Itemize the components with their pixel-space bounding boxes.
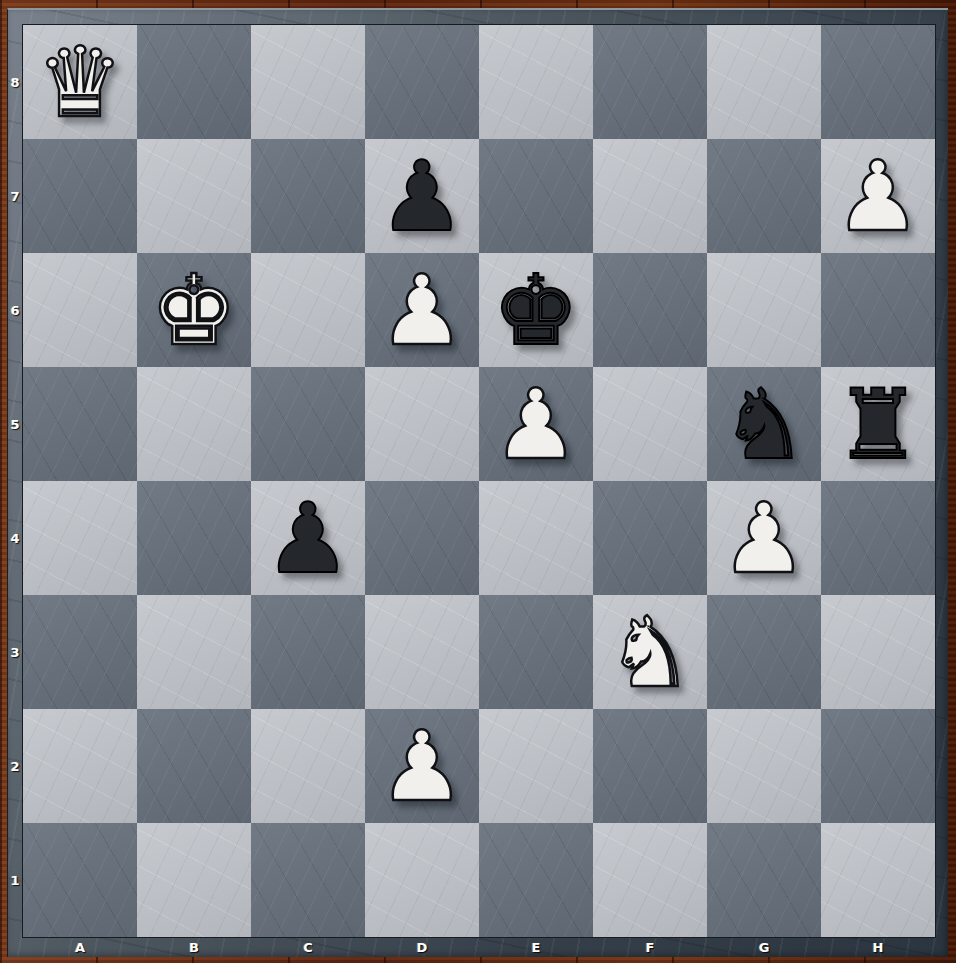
square-a5[interactable] (23, 367, 137, 481)
square-h7[interactable]: ♟ (821, 139, 935, 253)
square-h1[interactable] (821, 823, 935, 937)
square-h5[interactable]: ♜ (821, 367, 935, 481)
square-a4[interactable] (23, 481, 137, 595)
square-g7[interactable] (707, 139, 821, 253)
square-f5[interactable] (593, 367, 707, 481)
square-b3[interactable] (137, 595, 251, 709)
square-g2[interactable] (707, 709, 821, 823)
square-b6[interactable]: ♚ (137, 253, 251, 367)
piece-white-pawn[interactable]: ♟ (365, 709, 479, 823)
square-a1[interactable] (23, 823, 137, 937)
square-e2[interactable] (479, 709, 593, 823)
square-d5[interactable] (365, 367, 479, 481)
piece-white-knight[interactable]: ♞ (593, 595, 707, 709)
square-f2[interactable] (593, 709, 707, 823)
square-e3[interactable] (479, 595, 593, 709)
square-c2[interactable] (251, 709, 365, 823)
square-e5[interactable]: ♟ (479, 367, 593, 481)
square-c1[interactable] (251, 823, 365, 937)
piece-white-pawn[interactable]: ♟ (479, 367, 593, 481)
square-d1[interactable] (365, 823, 479, 937)
square-h8[interactable] (821, 25, 935, 139)
chess-app: ♛♟♟♚♟♚♟♞♜♟♟♞♟ 87654321 ABCDEFGH (0, 0, 956, 963)
square-a8[interactable]: ♛ (23, 25, 137, 139)
square-c6[interactable] (251, 253, 365, 367)
square-e8[interactable] (479, 25, 593, 139)
square-c3[interactable] (251, 595, 365, 709)
square-e1[interactable] (479, 823, 593, 937)
square-f4[interactable] (593, 481, 707, 595)
square-d4[interactable] (365, 481, 479, 595)
square-g4[interactable]: ♟ (707, 481, 821, 595)
square-g3[interactable] (707, 595, 821, 709)
square-b1[interactable] (137, 823, 251, 937)
piece-white-queen[interactable]: ♛ (23, 25, 137, 139)
square-b7[interactable] (137, 139, 251, 253)
square-e4[interactable] (479, 481, 593, 595)
piece-white-pawn[interactable]: ♟ (821, 139, 935, 253)
square-d8[interactable] (365, 25, 479, 139)
piece-black-pawn[interactable]: ♟ (251, 481, 365, 595)
square-d2[interactable]: ♟ (365, 709, 479, 823)
piece-white-pawn[interactable]: ♟ (707, 481, 821, 595)
square-a6[interactable] (23, 253, 137, 367)
square-g8[interactable] (707, 25, 821, 139)
square-h4[interactable] (821, 481, 935, 595)
square-a3[interactable] (23, 595, 137, 709)
square-e6[interactable]: ♚ (479, 253, 593, 367)
chess-board: ♛♟♟♚♟♚♟♞♜♟♟♞♟ (23, 25, 935, 937)
square-c4[interactable]: ♟ (251, 481, 365, 595)
square-f6[interactable] (593, 253, 707, 367)
square-g1[interactable] (707, 823, 821, 937)
square-b5[interactable] (137, 367, 251, 481)
square-h2[interactable] (821, 709, 935, 823)
square-f8[interactable] (593, 25, 707, 139)
square-d6[interactable]: ♟ (365, 253, 479, 367)
piece-black-king[interactable]: ♚ (479, 253, 593, 367)
square-e7[interactable] (479, 139, 593, 253)
square-c8[interactable] (251, 25, 365, 139)
square-g6[interactable] (707, 253, 821, 367)
piece-black-knight[interactable]: ♞ (707, 367, 821, 481)
square-c5[interactable] (251, 367, 365, 481)
square-h6[interactable] (821, 253, 935, 367)
square-h3[interactable] (821, 595, 935, 709)
square-a7[interactable] (23, 139, 137, 253)
square-c7[interactable] (251, 139, 365, 253)
piece-black-rook[interactable]: ♜ (821, 367, 935, 481)
square-a2[interactable] (23, 709, 137, 823)
square-b8[interactable] (137, 25, 251, 139)
square-d3[interactable] (365, 595, 479, 709)
square-b2[interactable] (137, 709, 251, 823)
square-g5[interactable]: ♞ (707, 367, 821, 481)
square-f7[interactable] (593, 139, 707, 253)
square-f1[interactable] (593, 823, 707, 937)
square-d7[interactable]: ♟ (365, 139, 479, 253)
piece-white-pawn[interactable]: ♟ (365, 253, 479, 367)
piece-white-king[interactable]: ♚ (137, 253, 251, 367)
piece-black-pawn[interactable]: ♟ (365, 139, 479, 253)
square-b4[interactable] (137, 481, 251, 595)
square-f3[interactable]: ♞ (593, 595, 707, 709)
